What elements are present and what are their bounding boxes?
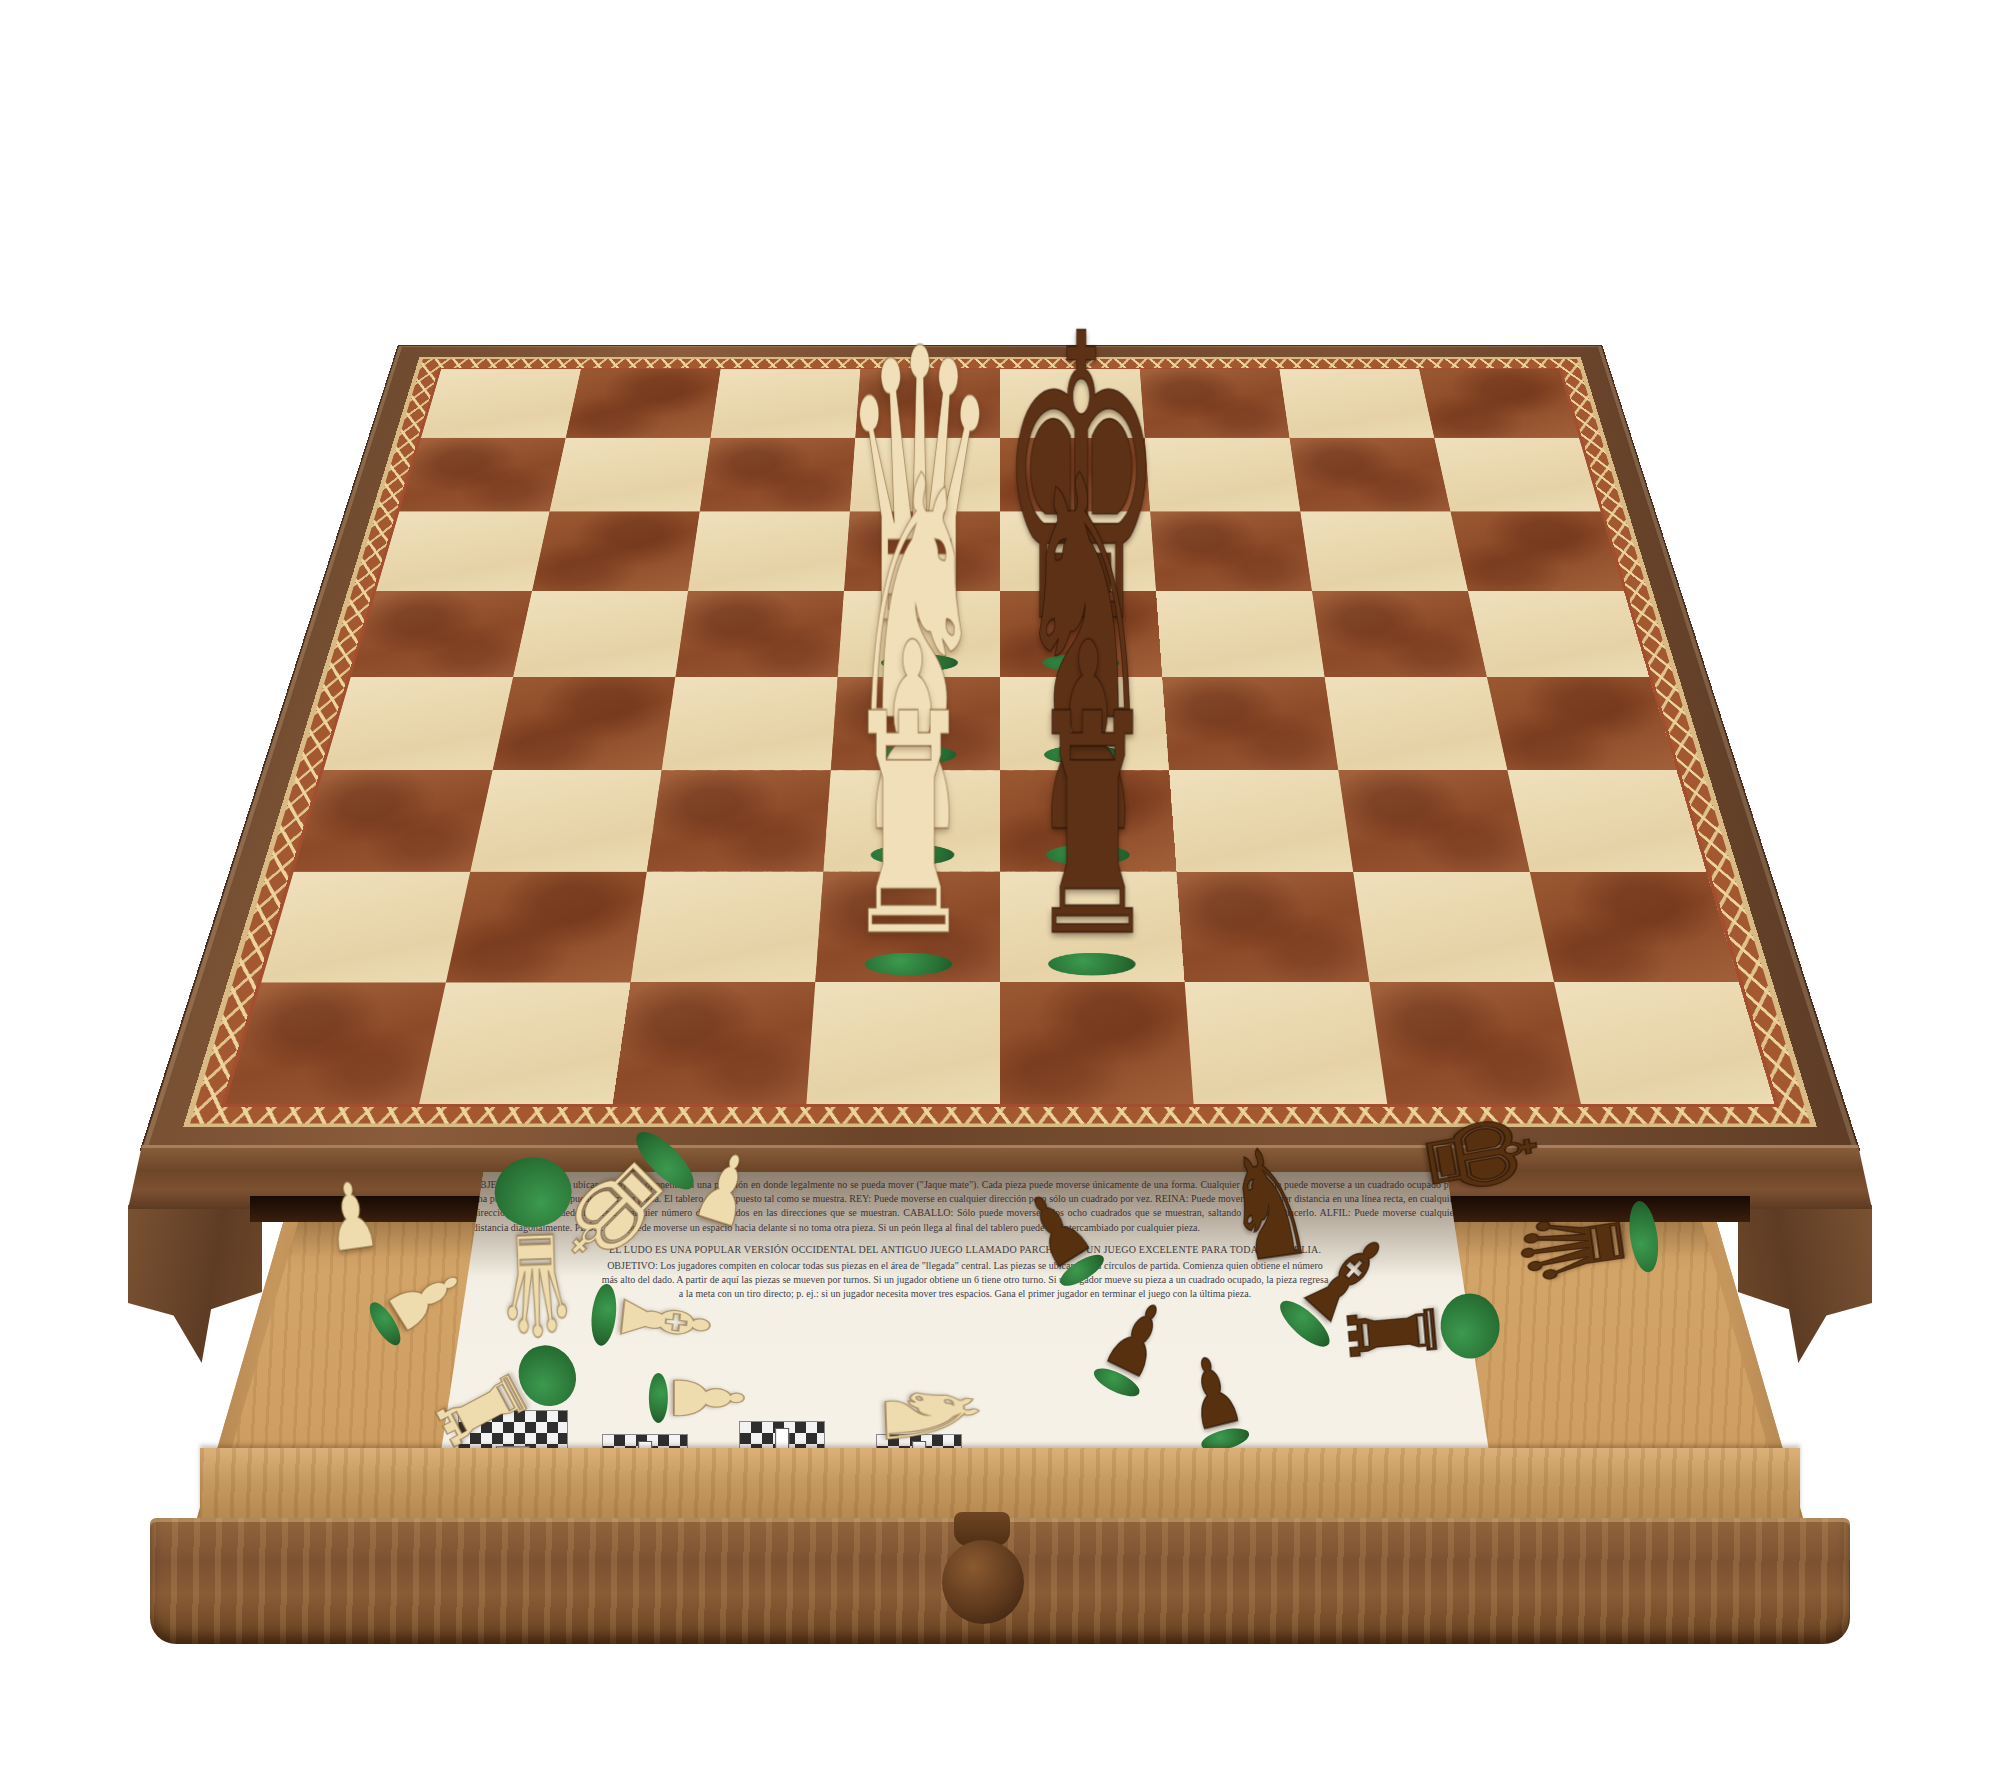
chess-set-photo: ♛♚♞♞♟♟♜♜ OBJETIVO: La meta es ubicar el … bbox=[0, 0, 2000, 1778]
black-rook-piece[interactable]: ♜ bbox=[1367, 1250, 1473, 1410]
black-pawn-piece[interactable]: ♟ bbox=[1173, 1350, 1257, 1450]
drawer-knob[interactable] bbox=[942, 1540, 1024, 1624]
black-queen-piece[interactable]: ♛ bbox=[1523, 1172, 1647, 1318]
drawer-front-inner-edge bbox=[200, 1448, 1800, 1522]
black-pawn-piece[interactable]: ♟ bbox=[1017, 1184, 1103, 1286]
white-pawn-piece[interactable]: ♟ bbox=[377, 1252, 462, 1353]
white-pawn-piece[interactable]: ♟ bbox=[657, 1347, 743, 1449]
black-pawn-piece[interactable]: ♟ bbox=[1092, 1294, 1178, 1396]
white-pawn-piece[interactable]: ♟ bbox=[311, 1176, 393, 1261]
white-pawn-piece[interactable]: ♟ bbox=[682, 1146, 767, 1233]
